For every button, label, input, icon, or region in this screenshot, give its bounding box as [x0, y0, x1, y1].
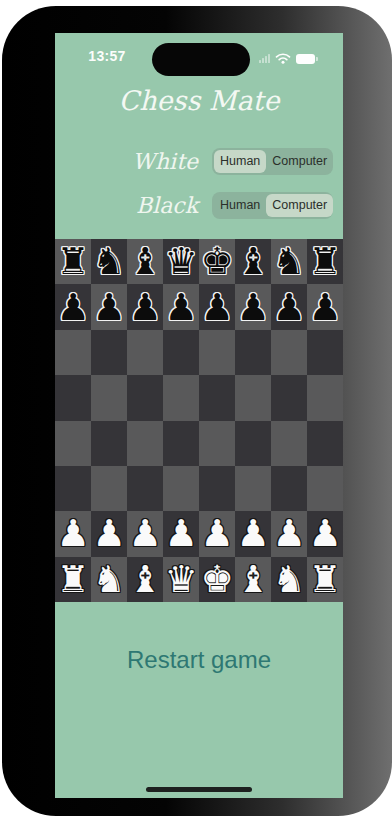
square-b7[interactable]: ♟ — [91, 284, 127, 329]
black-pawn: ♟ — [128, 289, 161, 326]
black-player-row: Black Human Computer — [55, 191, 333, 219]
square-a1[interactable]: ♜ — [55, 557, 91, 602]
square-g2[interactable]: ♟ — [271, 511, 307, 556]
square-b8[interactable]: ♞ — [91, 239, 127, 284]
square-d4[interactable] — [163, 421, 199, 466]
black-pawn: ♟ — [272, 289, 305, 326]
square-d2[interactable]: ♟ — [163, 511, 199, 556]
square-h2[interactable]: ♟ — [307, 511, 343, 556]
black-pawn: ♟ — [308, 289, 341, 326]
square-e6[interactable] — [199, 330, 235, 375]
status-time: 13:57 — [85, 48, 129, 64]
chess-board: ♜♞♝♛♚♝♞♜♟♟♟♟♟♟♟♟♟♟♟♟♟♟♟♟♜♞♝♛♚♝♞♜ — [55, 239, 343, 602]
white-bishop: ♝ — [128, 561, 161, 598]
home-indicator[interactable] — [146, 787, 252, 792]
black-queen: ♛ — [164, 243, 197, 280]
square-b4[interactable] — [91, 421, 127, 466]
white-queen: ♛ — [164, 561, 197, 598]
square-f1[interactable]: ♝ — [235, 557, 271, 602]
black-bishop: ♝ — [128, 243, 161, 280]
square-g7[interactable]: ♟ — [271, 284, 307, 329]
square-h5[interactable] — [307, 375, 343, 420]
black-rook: ♜ — [56, 243, 89, 280]
battery-icon — [296, 54, 315, 64]
square-h8[interactable]: ♜ — [307, 239, 343, 284]
cellular-bars-icon — [259, 54, 270, 63]
black-computer-option[interactable]: Computer — [266, 194, 333, 217]
restart-game-button[interactable]: Restart game — [55, 645, 343, 675]
white-pawn: ♟ — [56, 515, 89, 552]
black-bishop: ♝ — [236, 243, 269, 280]
square-c5[interactable] — [127, 375, 163, 420]
square-e8[interactable]: ♚ — [199, 239, 235, 284]
square-d5[interactable] — [163, 375, 199, 420]
square-f5[interactable] — [235, 375, 271, 420]
square-f7[interactable]: ♟ — [235, 284, 271, 329]
black-pawn: ♟ — [236, 289, 269, 326]
square-b2[interactable]: ♟ — [91, 511, 127, 556]
square-f4[interactable] — [235, 421, 271, 466]
dynamic-island — [152, 43, 250, 76]
square-b3[interactable] — [91, 466, 127, 511]
square-f8[interactable]: ♝ — [235, 239, 271, 284]
square-h6[interactable] — [307, 330, 343, 375]
black-rook: ♜ — [308, 243, 341, 280]
white-pawn: ♟ — [164, 515, 197, 552]
white-bishop: ♝ — [236, 561, 269, 598]
square-d8[interactable]: ♛ — [163, 239, 199, 284]
square-f6[interactable] — [235, 330, 271, 375]
white-player-row: White Human Computer — [55, 147, 333, 175]
square-b5[interactable] — [91, 375, 127, 420]
square-a6[interactable] — [55, 330, 91, 375]
white-rook: ♜ — [308, 561, 341, 598]
white-pawn: ♟ — [200, 515, 233, 552]
white-king: ♚ — [200, 561, 233, 598]
square-g3[interactable] — [271, 466, 307, 511]
black-pawn: ♟ — [164, 289, 197, 326]
square-c6[interactable] — [127, 330, 163, 375]
app-screen: 13:57 Chess Mate White Human Computer — [55, 33, 343, 798]
white-pawn: ♟ — [272, 515, 305, 552]
black-pawn: ♟ — [56, 289, 89, 326]
square-h7[interactable]: ♟ — [307, 284, 343, 329]
square-e3[interactable] — [199, 466, 235, 511]
black-label: Black — [55, 193, 198, 218]
black-knight: ♞ — [272, 243, 305, 280]
square-g4[interactable] — [271, 421, 307, 466]
square-a3[interactable] — [55, 466, 91, 511]
square-g1[interactable]: ♞ — [271, 557, 307, 602]
black-mode-toggle: Human Computer — [212, 192, 333, 219]
white-rook: ♜ — [56, 561, 89, 598]
square-a7[interactable]: ♟ — [55, 284, 91, 329]
square-e4[interactable] — [199, 421, 235, 466]
square-c1[interactable]: ♝ — [127, 557, 163, 602]
page-title: Chess Mate — [55, 85, 343, 116]
square-e2[interactable]: ♟ — [199, 511, 235, 556]
square-e5[interactable] — [199, 375, 235, 420]
square-h4[interactable] — [307, 421, 343, 466]
white-knight: ♞ — [272, 561, 305, 598]
square-b1[interactable]: ♞ — [91, 557, 127, 602]
square-f2[interactable]: ♟ — [235, 511, 271, 556]
square-d3[interactable] — [163, 466, 199, 511]
black-king: ♚ — [200, 243, 233, 280]
square-a5[interactable] — [55, 375, 91, 420]
wifi-icon — [275, 53, 291, 64]
black-pawn: ♟ — [200, 289, 233, 326]
square-f3[interactable] — [235, 466, 271, 511]
square-b6[interactable] — [91, 330, 127, 375]
square-d7[interactable]: ♟ — [163, 284, 199, 329]
white-knight: ♞ — [92, 561, 125, 598]
black-human-option[interactable]: Human — [214, 194, 266, 217]
white-pawn: ♟ — [128, 515, 161, 552]
square-c2[interactable]: ♟ — [127, 511, 163, 556]
square-h1[interactable]: ♜ — [307, 557, 343, 602]
square-a2[interactable]: ♟ — [55, 511, 91, 556]
square-d1[interactable]: ♛ — [163, 557, 199, 602]
square-c7[interactable]: ♟ — [127, 284, 163, 329]
black-pawn: ♟ — [92, 289, 125, 326]
phone-frame: 13:57 Chess Mate White Human Computer — [2, 6, 392, 816]
square-c3[interactable] — [127, 466, 163, 511]
square-c8[interactable]: ♝ — [127, 239, 163, 284]
white-pawn: ♟ — [236, 515, 269, 552]
white-human-option[interactable]: Human — [214, 150, 266, 173]
square-g6[interactable] — [271, 330, 307, 375]
black-knight: ♞ — [92, 243, 125, 280]
square-a4[interactable] — [55, 421, 91, 466]
square-a8[interactable]: ♜ — [55, 239, 91, 284]
square-g5[interactable] — [271, 375, 307, 420]
square-e1[interactable]: ♚ — [199, 557, 235, 602]
white-computer-option[interactable]: Computer — [266, 150, 333, 173]
square-g8[interactable]: ♞ — [271, 239, 307, 284]
square-h3[interactable] — [307, 466, 343, 511]
white-pawn: ♟ — [308, 515, 341, 552]
square-d6[interactable] — [163, 330, 199, 375]
white-mode-toggle: Human Computer — [212, 148, 333, 175]
white-label: White — [55, 149, 198, 174]
square-e7[interactable]: ♟ — [199, 284, 235, 329]
square-c4[interactable] — [127, 421, 163, 466]
status-icons — [259, 53, 315, 64]
white-pawn: ♟ — [92, 515, 125, 552]
